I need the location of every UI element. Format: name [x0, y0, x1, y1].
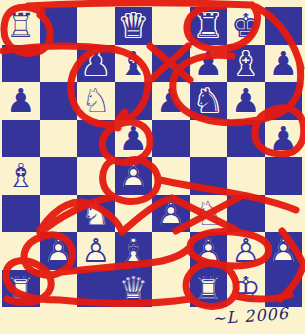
square-f7: ♟ [190, 45, 228, 83]
piece-bB-d7: ♝ [115, 45, 153, 83]
square-b3 [40, 195, 78, 233]
square-d6 [115, 82, 153, 120]
square-b5 [40, 120, 78, 158]
piece-wB-d2: ♝♗ [115, 232, 153, 270]
square-h7: ♟ [265, 45, 303, 83]
square-f4 [190, 157, 228, 195]
square-b8 [40, 7, 78, 45]
piece-bR-a8: ♖ [2, 7, 40, 45]
square-b2: ♟♙ [40, 232, 78, 270]
piece-bB-g7: ♝ [227, 45, 265, 83]
piece-bP-g6: ♟ [227, 82, 265, 120]
square-c8 [77, 7, 115, 45]
piece-bP-h5: ♟ [265, 120, 303, 158]
square-e3: ♟♙ [152, 195, 190, 233]
piece-wR-a1: ♜♖ [2, 270, 40, 308]
square-f3: ♞♘ [190, 195, 228, 233]
square-a7 [2, 45, 40, 83]
square-b6 [40, 82, 78, 120]
piece-wN-c3: ♞♘ [77, 195, 115, 233]
square-a4: ♝♗ [2, 157, 40, 195]
piece-bP-f7: ♟ [190, 45, 228, 83]
square-e6: ♟ [152, 82, 190, 120]
square-b1 [40, 270, 78, 308]
square-g1: ♚♔ [227, 270, 265, 308]
piece-bN-f6: ♞ [190, 82, 228, 120]
piece-bP-d5: ♟ [115, 120, 153, 158]
square-h5: ♟ [265, 120, 303, 158]
piece-wP-h2: ♟♙ [265, 232, 303, 270]
square-h4 [265, 157, 303, 195]
piece-wQ-d1: ♛♕ [115, 270, 153, 308]
square-a2 [2, 232, 40, 270]
square-a6: ♟ [2, 82, 40, 120]
square-h6 [265, 82, 303, 120]
square-a3 [2, 195, 40, 233]
square-g2: ♟♙ [227, 232, 265, 270]
square-f6: ♞ [190, 82, 228, 120]
square-c2: ♟♙ [77, 232, 115, 270]
square-a1: ♜♖ [2, 270, 40, 308]
square-f8: ♜ [190, 7, 228, 45]
piece-bP-c7: ♟ [77, 45, 115, 83]
square-g4 [227, 157, 265, 195]
piece-wB-a4: ♝♗ [2, 157, 40, 195]
piece-wP-b2: ♟♙ [40, 232, 78, 270]
piece-bQ-d8: ♛ [115, 7, 153, 45]
square-b7 [40, 45, 78, 83]
square-c7: ♟ [77, 45, 115, 83]
piece-bP-a6: ♟ [2, 82, 40, 120]
piece-bP-e6: ♟ [152, 82, 190, 120]
piece-wK-g1: ♚♔ [227, 270, 265, 308]
square-g5 [227, 120, 265, 158]
square-g8: ♚ [227, 7, 265, 45]
square-d3 [115, 195, 153, 233]
square-c1 [77, 270, 115, 308]
square-f5 [190, 120, 228, 158]
square-e4 [152, 157, 190, 195]
square-h2: ♟♙ [265, 232, 303, 270]
square-d2: ♝♗ [115, 232, 153, 270]
square-h8 [265, 7, 303, 45]
piece-wP-e3: ♟♙ [152, 195, 190, 233]
piece-bR-f8: ♜ [190, 7, 228, 45]
chessboard: ♖♛♜♚♟♝♟♝♟♟♘♟♞♟♟♟♝♗♟♙♞♘♟♙♞♘♟♙♟♙♝♗♟♙♟♙♟♙♜♖… [2, 7, 302, 307]
square-h3 [265, 195, 303, 233]
piece-wP-f2: ♟♙ [190, 232, 228, 270]
piece-bN-c6: ♘ [77, 82, 115, 120]
square-e8 [152, 7, 190, 45]
piece-wN-f3: ♞♘ [190, 195, 228, 233]
square-a8: ♖ [2, 7, 40, 45]
square-a5 [2, 120, 40, 158]
square-d8: ♛ [115, 7, 153, 45]
piece-wP-c2: ♟♙ [77, 232, 115, 270]
square-d1: ♛♕ [115, 270, 153, 308]
square-c4 [77, 157, 115, 195]
square-e2 [152, 232, 190, 270]
square-f2: ♟♙ [190, 232, 228, 270]
square-g7: ♝ [227, 45, 265, 83]
square-h1 [265, 270, 303, 308]
square-e1 [152, 270, 190, 308]
square-g6: ♟ [227, 82, 265, 120]
chess-illustration: { "game": "chess", "title": "Hand-drawn … [0, 0, 305, 334]
square-c5 [77, 120, 115, 158]
piece-bK-g8: ♚ [227, 7, 265, 45]
square-d5: ♟ [115, 120, 153, 158]
square-g3 [227, 195, 265, 233]
piece-wR-f1: ♜♖ [190, 270, 228, 308]
square-f1: ♜♖ [190, 270, 228, 308]
square-d4: ♟♙ [115, 157, 153, 195]
square-e7 [152, 45, 190, 83]
square-c6: ♘ [77, 82, 115, 120]
square-e5 [152, 120, 190, 158]
square-b4 [40, 157, 78, 195]
square-c3: ♞♘ [77, 195, 115, 233]
square-d7: ♝ [115, 45, 153, 83]
piece-wP-g2: ♟♙ [227, 232, 265, 270]
piece-bP-h7: ♟ [265, 45, 303, 83]
piece-wP-d4: ♟♙ [115, 157, 153, 195]
